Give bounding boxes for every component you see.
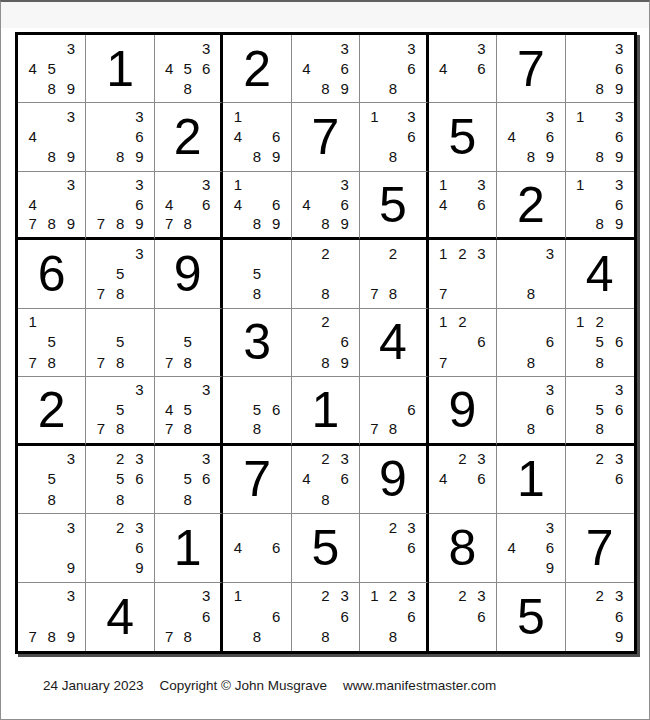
cell-r1c2[interactable]: 1 <box>86 35 154 103</box>
candidate-digit: 2 <box>453 312 472 332</box>
candidate-digit: 4 <box>434 58 453 78</box>
candidate-digit: 7 <box>434 284 453 304</box>
cell-r9c9[interactable]: 2369 <box>566 583 634 651</box>
candidate-digit: 6 <box>610 127 629 147</box>
candidate-digit: 5 <box>111 332 130 352</box>
cell-r6c5[interactable]: 1 <box>292 377 360 445</box>
candidate-digit: 3 <box>197 38 215 58</box>
candidate-digit: 9 <box>61 557 80 577</box>
candidate-digit: 6 <box>402 537 420 557</box>
cell-r7c4[interactable]: 7 <box>223 446 291 514</box>
candidate-digit: 5 <box>590 400 609 419</box>
footer-copyright: Copyright © John Musgrave <box>160 678 328 693</box>
cell-r8c7[interactable]: 8 <box>429 514 497 582</box>
cell-r7c8[interactable]: 1 <box>497 446 565 514</box>
candidate-digit: 6 <box>267 606 286 626</box>
cell-r8c9[interactable]: 7 <box>566 514 634 582</box>
cell-r4c3[interactable]: 9 <box>155 240 223 308</box>
given-digit: 1 <box>106 44 134 94</box>
cell-r3c6[interactable]: 5 <box>360 172 428 240</box>
cell-r5c2[interactable]: 578 <box>86 309 154 377</box>
cell-r3c9[interactable]: 13689 <box>566 172 634 240</box>
candidate-digit: 6 <box>402 606 420 626</box>
sudoku-board: 3458913456823468936834673689348936892146… <box>15 32 637 654</box>
candidate-digit: 8 <box>521 352 540 372</box>
candidate-digit: 8 <box>42 214 61 233</box>
cell-r2c1[interactable]: 3489 <box>18 103 86 171</box>
candidate-digit: 8 <box>316 78 335 98</box>
candidate-digit: 8 <box>178 352 196 372</box>
cell-r8c8[interactable]: 3469 <box>497 514 565 582</box>
cell-r4c8[interactable]: 38 <box>497 240 565 308</box>
candidate-digit: 7 <box>91 352 110 372</box>
candidate-digit: 8 <box>316 284 335 304</box>
candidate-digit: 6 <box>472 469 491 489</box>
cell-r7c1[interactable]: 358 <box>18 446 86 514</box>
candidate-digit: 9 <box>61 214 80 233</box>
cell-r3c5[interactable]: 34689 <box>292 172 360 240</box>
cell-r4c9[interactable]: 4 <box>566 240 634 308</box>
candidate-digit: 4 <box>23 194 42 213</box>
candidate-digit: 6 <box>540 400 559 419</box>
cell-r8c4[interactable]: 46 <box>223 514 291 582</box>
candidate-digit: 5 <box>42 469 61 489</box>
candidate-digit: 6 <box>335 469 354 489</box>
candidate-digit: 1 <box>365 106 383 126</box>
cell-r5c3[interactable]: 578 <box>155 309 223 377</box>
candidate-digit: 1 <box>228 106 247 126</box>
cell-r1c6[interactable]: 368 <box>360 35 428 103</box>
given-digit: 4 <box>106 592 134 642</box>
candidate-digit: 4 <box>434 469 453 489</box>
candidate-digit: 7 <box>160 419 178 438</box>
given-digit: 7 <box>586 523 614 573</box>
candidate-digit: 4 <box>23 58 42 78</box>
candidate-digit: 8 <box>247 147 266 167</box>
candidate-digit: 9 <box>610 627 629 647</box>
candidate-digit: 3 <box>197 175 215 194</box>
cell-r6c3[interactable]: 34578 <box>155 377 223 445</box>
page-root: 3458913456823468936834673689348936892146… <box>0 0 650 720</box>
candidate-digit: 4 <box>502 537 521 557</box>
candidate-digit: 9 <box>335 214 354 233</box>
candidate-digit: 1 <box>571 312 590 332</box>
candidate-digit: 8 <box>590 147 609 167</box>
candidate-digit: 6 <box>197 606 215 626</box>
candidate-digit: 6 <box>472 58 491 78</box>
given-digit: 5 <box>517 592 545 642</box>
cell-r2c8[interactable]: 34689 <box>497 103 565 171</box>
candidate-digit: 7 <box>23 627 42 647</box>
candidate-digit: 6 <box>540 537 559 557</box>
footer-website: www.manifestmaster.com <box>343 678 496 693</box>
cell-r7c7[interactable]: 2346 <box>429 446 497 514</box>
candidate-digit: 3 <box>61 38 80 58</box>
candidate-digit: 3 <box>472 243 491 263</box>
cell-r5c5[interactable]: 2689 <box>292 309 360 377</box>
candidate-digit: 8 <box>178 419 196 438</box>
cell-r8c6[interactable]: 236 <box>360 514 428 582</box>
candidate-digit: 4 <box>160 58 178 78</box>
candidate-digit: 8 <box>316 627 335 647</box>
cell-r9c5[interactable]: 2368 <box>292 583 360 651</box>
candidate-digit: 8 <box>384 284 402 304</box>
candidate-digit: 8 <box>590 419 609 438</box>
cell-r1c5[interactable]: 34689 <box>292 35 360 103</box>
candidate-digit: 3 <box>61 449 80 469</box>
candidate-digit: 2 <box>453 243 472 263</box>
cell-r6c1[interactable]: 2 <box>18 377 86 445</box>
candidate-digit: 3 <box>472 449 491 469</box>
candidate-digit: 6 <box>335 194 354 213</box>
candidate-digit: 2 <box>316 243 335 263</box>
candidate-digit: 9 <box>610 214 629 233</box>
given-digit: 6 <box>38 249 66 299</box>
cell-r2c2[interactable]: 3689 <box>86 103 154 171</box>
candidate-digit: 8 <box>178 627 196 647</box>
candidate-digit: 3 <box>61 586 80 606</box>
candidate-digit: 4 <box>297 194 316 213</box>
candidate-digit: 9 <box>540 147 559 167</box>
given-digit: 1 <box>517 454 545 504</box>
candidate-digit: 7 <box>91 284 110 304</box>
cell-r3c2[interactable]: 36789 <box>86 172 154 240</box>
candidate-digit: 8 <box>521 419 540 438</box>
candidate-digit: 2 <box>111 517 130 537</box>
candidate-digit: 8 <box>178 489 196 509</box>
candidate-digit: 1 <box>23 312 42 332</box>
candidate-digit: 2 <box>453 449 472 469</box>
cell-r6c6[interactable]: 678 <box>360 377 428 445</box>
candidate-digit: 3 <box>61 517 80 537</box>
candidate-digit: 2 <box>316 586 335 606</box>
candidate-digit: 8 <box>316 352 335 372</box>
given-digit: 5 <box>448 112 476 162</box>
candidate-digit: 8 <box>316 214 335 233</box>
candidate-digit: 2 <box>316 449 335 469</box>
given-digit: 4 <box>586 249 614 299</box>
cell-r1c9[interactable]: 3689 <box>566 35 634 103</box>
candidate-digit: 3 <box>130 243 149 263</box>
candidate-digit: 5 <box>247 263 266 283</box>
cell-r2c5[interactable]: 7 <box>292 103 360 171</box>
cell-r5c1[interactable]: 1578 <box>18 309 86 377</box>
candidate-digit: 8 <box>42 147 61 167</box>
candidate-digit: 8 <box>42 627 61 647</box>
cell-r9c7[interactable]: 236 <box>429 583 497 651</box>
candidate-digit: 8 <box>42 78 61 98</box>
candidate-digit: 3 <box>402 586 420 606</box>
candidate-digit: 3 <box>540 243 559 263</box>
candidate-digit: 1 <box>434 243 453 263</box>
candidate-digit: 1 <box>365 586 383 606</box>
cell-r7c3[interactable]: 3568 <box>155 446 223 514</box>
candidate-digit: 3 <box>335 38 354 58</box>
candidate-digit: 8 <box>111 214 130 233</box>
candidate-digit: 1 <box>571 175 590 194</box>
candidate-digit: 8 <box>247 627 266 647</box>
candidate-digit: 1 <box>571 106 590 126</box>
candidate-digit: 6 <box>130 469 149 489</box>
candidate-digit: 6 <box>402 58 420 78</box>
candidate-digit: 3 <box>610 380 629 399</box>
given-digit: 7 <box>517 44 545 94</box>
candidate-digit: 8 <box>590 214 609 233</box>
candidate-digit: 8 <box>111 147 130 167</box>
candidate-digit: 9 <box>61 147 80 167</box>
candidate-digit: 4 <box>228 537 247 557</box>
cell-r5c9[interactable]: 12568 <box>566 309 634 377</box>
cell-r9c3[interactable]: 3678 <box>155 583 223 651</box>
candidate-digit: 6 <box>267 194 286 213</box>
candidate-digit: 3 <box>540 380 559 399</box>
cell-r6c7[interactable]: 9 <box>429 377 497 445</box>
candidate-digit: 9 <box>61 78 80 98</box>
given-digit: 9 <box>379 454 407 504</box>
candidate-digit: 6 <box>610 606 629 626</box>
candidate-digit: 3 <box>610 38 629 58</box>
cell-r3c8[interactable]: 2 <box>497 172 565 240</box>
candidate-digit: 3 <box>130 106 149 126</box>
candidate-digit: 2 <box>453 586 472 606</box>
candidate-digit: 3 <box>540 106 559 126</box>
candidate-digit: 2 <box>316 312 335 332</box>
candidate-digit: 6 <box>267 537 286 557</box>
cell-r4c4[interactable]: 58 <box>223 240 291 308</box>
candidate-digit: 5 <box>111 263 130 283</box>
given-digit: 2 <box>38 385 66 435</box>
candidate-digit: 6 <box>610 58 629 78</box>
cell-r9c4[interactable]: 168 <box>223 583 291 651</box>
candidate-digit: 8 <box>42 352 61 372</box>
candidate-digit: 8 <box>111 419 130 438</box>
candidate-digit: 3 <box>402 106 420 126</box>
cell-r9c6[interactable]: 12368 <box>360 583 428 651</box>
candidate-digit: 8 <box>247 419 266 438</box>
candidate-digit: 5 <box>111 469 130 489</box>
candidate-digit: 3 <box>335 586 354 606</box>
candidate-digit: 9 <box>267 214 286 233</box>
cell-r2c4[interactable]: 14689 <box>223 103 291 171</box>
candidate-digit: 3 <box>130 175 149 194</box>
candidate-digit: 9 <box>610 147 629 167</box>
candidate-digit: 8 <box>521 284 540 304</box>
cell-r3c4[interactable]: 14689 <box>223 172 291 240</box>
candidate-digit: 9 <box>267 147 286 167</box>
candidate-digit: 5 <box>111 400 130 419</box>
cell-r2c9[interactable]: 13689 <box>566 103 634 171</box>
candidate-digit: 4 <box>160 400 178 419</box>
candidate-digit: 6 <box>267 400 286 419</box>
candidate-digit: 9 <box>335 78 354 98</box>
cell-r9c8[interactable]: 5 <box>497 583 565 651</box>
cell-r5c4[interactable]: 3 <box>223 309 291 377</box>
candidate-digit: 3 <box>402 517 420 537</box>
candidate-digit: 6 <box>472 332 491 352</box>
cell-r4c6[interactable]: 278 <box>360 240 428 308</box>
given-digit: 2 <box>174 112 202 162</box>
cell-r8c3[interactable]: 1 <box>155 514 223 582</box>
candidate-digit: 3 <box>610 106 629 126</box>
candidate-digit: 3 <box>610 586 629 606</box>
candidate-digit: 7 <box>23 214 42 233</box>
given-digit: 1 <box>312 385 340 435</box>
candidate-digit: 6 <box>130 537 149 557</box>
given-digit: 5 <box>312 523 340 573</box>
candidate-digit: 5 <box>178 332 196 352</box>
given-digit: 7 <box>243 454 271 504</box>
cell-r8c2[interactable]: 2369 <box>86 514 154 582</box>
candidate-digit: 8 <box>111 284 130 304</box>
cell-r2c3[interactable]: 2 <box>155 103 223 171</box>
cell-r1c1[interactable]: 34589 <box>18 35 86 103</box>
cell-r1c4[interactable]: 2 <box>223 35 291 103</box>
cell-r2c6[interactable]: 1368 <box>360 103 428 171</box>
candidate-digit: 3 <box>472 586 491 606</box>
candidate-digit: 3 <box>540 517 559 537</box>
given-digit: 2 <box>517 180 545 230</box>
candidate-digit: 7 <box>91 214 110 233</box>
candidate-digit: 6 <box>267 127 286 147</box>
candidate-digit: 8 <box>521 147 540 167</box>
cell-r7c5[interactable]: 23468 <box>292 446 360 514</box>
candidate-digit: 4 <box>434 194 453 213</box>
candidate-digit: 4 <box>297 58 316 78</box>
candidate-digit: 2 <box>590 449 609 469</box>
candidate-digit: 9 <box>130 557 149 577</box>
candidate-digit: 6 <box>197 194 215 213</box>
cell-r1c3[interactable]: 34568 <box>155 35 223 103</box>
candidate-digit: 6 <box>130 194 149 213</box>
candidate-digit: 3 <box>197 380 215 399</box>
candidate-digit: 2 <box>590 586 609 606</box>
candidate-digit: 8 <box>178 78 196 98</box>
candidate-digit: 6 <box>472 606 491 626</box>
given-digit: 9 <box>448 385 476 435</box>
header-strip <box>1 2 649 28</box>
candidate-digit: 3 <box>335 449 354 469</box>
candidate-digit: 6 <box>335 606 354 626</box>
candidate-digit: 7 <box>91 419 110 438</box>
cell-r3c1[interactable]: 34789 <box>18 172 86 240</box>
candidate-digit: 6 <box>610 400 629 419</box>
candidate-digit: 6 <box>540 332 559 352</box>
candidate-digit: 8 <box>247 284 266 304</box>
cell-r2c7[interactable]: 5 <box>429 103 497 171</box>
candidate-digit: 6 <box>610 469 629 489</box>
candidate-digit: 9 <box>130 147 149 167</box>
candidate-digit: 7 <box>23 352 42 372</box>
cell-r4c5[interactable]: 28 <box>292 240 360 308</box>
cell-r8c5[interactable]: 5 <box>292 514 360 582</box>
candidate-digit: 6 <box>472 194 491 213</box>
footer-date: 24 January 2023 <box>43 678 144 693</box>
candidate-digit: 6 <box>402 127 420 147</box>
given-digit: 1 <box>174 523 202 573</box>
given-digit: 5 <box>379 180 407 230</box>
cell-r3c3[interactable]: 34678 <box>155 172 223 240</box>
candidate-digit: 7 <box>160 214 178 233</box>
cell-r5c6[interactable]: 4 <box>360 309 428 377</box>
candidate-digit: 2 <box>111 449 130 469</box>
candidate-digit: 3 <box>402 38 420 58</box>
candidate-digit: 1 <box>228 175 247 194</box>
candidate-digit: 9 <box>610 78 629 98</box>
candidate-digit: 3 <box>197 586 215 606</box>
candidate-digit: 3 <box>197 449 215 469</box>
candidate-digit: 6 <box>197 469 215 489</box>
candidate-digit: 3 <box>130 449 149 469</box>
candidate-digit: 8 <box>316 489 335 509</box>
candidate-digit: 5 <box>178 469 196 489</box>
cell-r1c8[interactable]: 7 <box>497 35 565 103</box>
candidate-digit: 8 <box>384 147 402 167</box>
cell-r9c1[interactable]: 3789 <box>18 583 86 651</box>
given-digit: 2 <box>243 44 271 94</box>
candidate-digit: 7 <box>365 284 383 304</box>
cell-r4c7[interactable]: 1237 <box>429 240 497 308</box>
candidate-digit: 4 <box>228 127 247 147</box>
cell-r4c2[interactable]: 3578 <box>86 240 154 308</box>
candidate-digit: 6 <box>610 332 629 352</box>
candidate-digit: 8 <box>384 419 402 438</box>
candidate-digit: 2 <box>384 586 402 606</box>
cell-r5c8[interactable]: 68 <box>497 309 565 377</box>
candidate-digit: 6 <box>335 332 354 352</box>
cell-r7c9[interactable]: 236 <box>566 446 634 514</box>
cell-r1c7[interactable]: 346 <box>429 35 497 103</box>
candidate-digit: 6 <box>130 127 149 147</box>
cell-r4c1[interactable]: 6 <box>18 240 86 308</box>
candidate-digit: 7 <box>434 352 453 372</box>
candidate-digit: 3 <box>335 175 354 194</box>
candidate-digit: 4 <box>160 194 178 213</box>
candidate-digit: 5 <box>247 400 266 419</box>
cell-r6c4[interactable]: 568 <box>223 377 291 445</box>
cell-r6c9[interactable]: 3568 <box>566 377 634 445</box>
candidate-digit: 5 <box>42 58 61 78</box>
cell-r7c2[interactable]: 23568 <box>86 446 154 514</box>
candidate-digit: 8 <box>247 214 266 233</box>
candidate-digit: 5 <box>590 332 609 352</box>
cell-r6c2[interactable]: 3578 <box>86 377 154 445</box>
candidate-digit: 3 <box>610 449 629 469</box>
candidate-digit: 9 <box>130 214 149 233</box>
candidate-digit: 3 <box>130 380 149 399</box>
cell-r9c2[interactable]: 4 <box>86 583 154 651</box>
cell-r7c6[interactable]: 9 <box>360 446 428 514</box>
candidate-digit: 4 <box>502 127 521 147</box>
candidate-digit: 3 <box>472 38 491 58</box>
candidate-digit: 8 <box>178 214 196 233</box>
cell-r8c1[interactable]: 39 <box>18 514 86 582</box>
cell-r6c8[interactable]: 368 <box>497 377 565 445</box>
candidate-digit: 8 <box>590 352 609 372</box>
candidate-digit: 6 <box>335 58 354 78</box>
candidate-digit: 6 <box>197 58 215 78</box>
candidate-digit: 8 <box>111 489 130 509</box>
candidate-digit: 1 <box>434 312 453 332</box>
candidate-digit: 9 <box>61 627 80 647</box>
cell-r3c7[interactable]: 1346 <box>429 172 497 240</box>
candidate-digit: 8 <box>590 78 609 98</box>
candidate-digit: 2 <box>384 517 402 537</box>
cell-r5c7[interactable]: 1267 <box>429 309 497 377</box>
candidate-digit: 7 <box>160 627 178 647</box>
candidate-digit: 7 <box>160 352 178 372</box>
candidate-digit: 4 <box>297 469 316 489</box>
candidate-digit: 3 <box>61 175 80 194</box>
